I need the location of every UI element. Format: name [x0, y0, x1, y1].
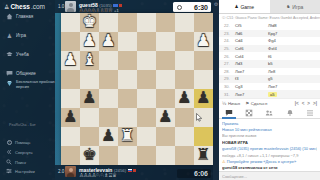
move[interactable]: f3: [235, 76, 268, 81]
move[interactable]: g5: [268, 76, 308, 81]
square-e5[interactable]: [118, 89, 137, 108]
square-d8[interactable]: [137, 146, 156, 165]
move[interactable]: Схf6: [235, 46, 268, 51]
square-g5[interactable]: ♟: [80, 89, 99, 108]
square-c3[interactable]: [156, 51, 175, 70]
move-number: 30.: [224, 84, 235, 89]
sidebar-item-home[interactable]: Главная: [0, 13, 55, 20]
square-h4[interactable]: [61, 70, 80, 89]
pawn-logo-icon: ♙: [4, 3, 9, 10]
move-number: 24.: [224, 38, 235, 43]
move[interactable]: f6: [268, 54, 308, 59]
white-pawn-a2[interactable]: ♟: [194, 31, 213, 50]
square-e8[interactable]: [118, 146, 137, 165]
move[interactable]: Сd4: [235, 38, 268, 43]
square-b8[interactable]: [175, 146, 194, 165]
square-g1[interactable]: ♚: [80, 13, 99, 32]
square-g3[interactable]: ♝: [80, 51, 99, 70]
move-number: 23.: [224, 31, 235, 36]
square-a1[interactable]: [194, 13, 213, 32]
move-number: 25.: [224, 46, 235, 51]
black-pawn-h6[interactable]: ♟: [61, 107, 80, 126]
stream-caption: PeaRuCha - Бот: [9, 123, 36, 127]
bottom-player-bar: 2.0 masterlevvain (2456) ♙♙♙♙♘♘♗♖♕ 6:06: [55, 165, 213, 180]
square-e4[interactable]: [118, 70, 137, 89]
move-nav: |< < > >|: [295, 101, 317, 106]
move-row: 24.Сd4Фg4: [219, 37, 320, 45]
sidebar-item-label: Главная: [16, 14, 33, 19]
chat-message-input[interactable]: [219, 171, 320, 180]
square-e3[interactable]: [118, 51, 137, 70]
square-f4[interactable]: [99, 70, 118, 89]
move[interactable]: Фхf4: [268, 46, 308, 51]
move[interactable]: a5: [268, 92, 308, 97]
square-f5[interactable]: [99, 89, 118, 108]
search-icon: [6, 159, 12, 165]
white-king-g1[interactable]: ♚: [80, 12, 99, 31]
square-a4[interactable]: [194, 70, 213, 89]
square-a8[interactable]: ♜: [194, 146, 213, 165]
first-move-button[interactable]: |<: [295, 101, 299, 106]
white-clock: 6:30: [173, 2, 211, 12]
square-b6[interactable]: [175, 108, 194, 127]
captured-pieces-by-black: ♙♙♙♙♘♘♗♖♕: [79, 172, 116, 178]
move-row: 23.Лd6Крg7: [219, 30, 320, 38]
white-rook-e7[interactable]: ♜: [118, 126, 137, 145]
square-h7[interactable]: [61, 127, 80, 146]
square-g2[interactable]: ♟: [80, 32, 99, 51]
move-number: 27.: [224, 61, 235, 66]
move-number: 22.: [224, 23, 235, 28]
diamond-icon: [6, 80, 13, 87]
help-icon: ?: [6, 139, 12, 145]
sidebar-item-play[interactable]: ♟ Игра: [0, 32, 55, 39]
knight-icon: ♞: [286, 4, 290, 9]
square-f3[interactable]: [99, 51, 118, 70]
learn-icon: [6, 51, 13, 58]
sidebar-item-search[interactable]: Поиск: [0, 159, 55, 165]
black-pawn-c6[interactable]: ♟: [156, 107, 175, 126]
prev-move-button[interactable]: <: [302, 101, 305, 106]
move[interactable]: Лd6: [235, 31, 268, 36]
badge-icon: [133, 169, 136, 172]
move[interactable]: Лхе7: [268, 84, 308, 89]
square-e2[interactable]: [118, 32, 137, 51]
square-c6[interactable]: ♟: [156, 108, 175, 127]
russia-flag-icon: [128, 169, 133, 172]
sidebar-item-help[interactable]: ? Помощь: [0, 139, 55, 145]
sidebar-item-collapse[interactable]: Свернуть: [0, 149, 55, 155]
move-number: 28.: [224, 69, 235, 74]
flag-icon: ⚑: [245, 101, 249, 106]
badge-icon: [119, 4, 122, 7]
square-d2[interactable]: [137, 32, 156, 51]
move-row: 28.Лхе7Ле8: [219, 68, 320, 76]
mouse-cursor: [196, 113, 203, 122]
move[interactable]: b5: [268, 61, 308, 66]
black-pawn-a5[interactable]: ♟: [194, 88, 213, 107]
square-e6[interactable]: [118, 108, 137, 127]
sidebar-item-learn[interactable]: Учеба: [0, 51, 55, 58]
move-row: 29.f3g5: [219, 75, 320, 83]
sidebar-item-label: Помощь: [15, 140, 30, 145]
move-row: 30.Сg3Лхе7: [219, 83, 320, 91]
top-player-bar: 1.0 guest58 (1035) ♟♟♞♞♝♝♜♛+1 6:30: [55, 0, 213, 13]
sidebar-item-settings[interactable]: Настройки: [0, 168, 55, 174]
move[interactable]: Лхе7: [235, 92, 268, 97]
square-g7[interactable]: [80, 127, 99, 146]
move[interactable]: Крg7: [268, 31, 308, 36]
half-icon: ½: [222, 101, 226, 106]
app-root: ♙ Chess.com Главная ♟ Игра Учеба Общение: [0, 0, 320, 180]
square-b7[interactable]: [175, 127, 194, 146]
square-b3[interactable]: [175, 51, 194, 70]
square-f8[interactable]: [99, 146, 118, 165]
square-a5[interactable]: ♟: [194, 89, 213, 108]
settings-icon: [6, 168, 12, 174]
square-c4[interactable]: [156, 70, 175, 89]
square-b5[interactable]: ♟: [175, 89, 194, 108]
chesscom-logo[interactable]: ♙ Chess.com: [4, 3, 45, 10]
sidebar-item-social[interactable]: Общение: [0, 70, 55, 77]
square-f6[interactable]: [99, 108, 118, 127]
sidebar-item-label: Свернуть: [15, 150, 33, 155]
square-f1[interactable]: [99, 13, 118, 32]
move[interactable]: Лхе7: [235, 69, 268, 74]
move-number: 29.: [224, 76, 235, 81]
square-c1[interactable]: [156, 13, 175, 32]
avatar[interactable]: [65, 1, 76, 12]
black-king-g8[interactable]: ♚: [80, 145, 99, 164]
next-move-button[interactable]: >: [307, 101, 310, 106]
sidebar-item-label: Игра: [16, 33, 26, 38]
sidebar-item-free-trial[interactable]: Бесплатная пробная версия: [0, 80, 55, 89]
square-a3[interactable]: [194, 51, 213, 70]
square-h8[interactable]: [61, 146, 80, 165]
square-c7[interactable]: [156, 127, 175, 146]
square-g6[interactable]: [80, 108, 99, 127]
square-c8[interactable]: [156, 146, 175, 165]
move[interactable]: Сf5: [235, 23, 268, 28]
square-h5[interactable]: [61, 89, 80, 108]
black-pawn-g5[interactable]: ♟: [80, 88, 99, 107]
move-number: 31.: [224, 92, 235, 97]
sidebar-item-label: Бесплатная пробная версия: [16, 80, 55, 89]
square-b2[interactable]: [175, 32, 194, 51]
move[interactable]: Сg3: [235, 84, 268, 89]
panel-tabs: ♟ Game ♞ Игра: [219, 0, 320, 14]
board-tab-icon[interactable]: [240, 107, 258, 119]
white-pawn-h3[interactable]: ♟: [61, 50, 80, 69]
last-move-button[interactable]: >|: [313, 101, 317, 106]
move-row: 26.Схf4f6: [219, 52, 320, 60]
square-a7[interactable]: [194, 127, 213, 146]
move[interactable]: Лfd8: [268, 23, 308, 28]
chat-tab-icon[interactable]: [220, 107, 238, 119]
move-row: 22.Сf5Лfd8: [219, 22, 320, 30]
square-c5[interactable]: [156, 89, 175, 108]
pawn-icon: ♟: [6, 32, 13, 39]
sidebar-item-label: Учеба: [16, 52, 29, 57]
white-pawn-f2[interactable]: ♟: [99, 31, 118, 50]
logo-suffix: .com: [31, 3, 45, 10]
resign-button[interactable]: ⚑Сдаться: [245, 101, 267, 106]
square-b4[interactable]: [175, 70, 194, 89]
chat-log: ПравилаНовая 10 мин рейтинговаяВы принял…: [219, 119, 320, 171]
chat-line: guest58 (1035) против masterlevvain (245…: [222, 146, 317, 152]
square-c2[interactable]: [156, 32, 175, 51]
move[interactable]: Фg4: [268, 38, 308, 43]
white-bishop-g3[interactable]: ♝: [80, 50, 99, 69]
move-row: 25.Схf6Фхf4: [219, 45, 320, 53]
move-row: 27.Лd3b5: [219, 60, 320, 68]
square-h2[interactable]: [61, 32, 80, 51]
black-clock: 6:06: [177, 169, 211, 178]
move[interactable]: Лd3: [235, 61, 268, 66]
move-list: 22.Сf5Лfd823.Лd6Крg724.Сd4Фg425.Схf6Фхf4…: [219, 22, 320, 98]
chat-bubble-icon: [6, 70, 13, 77]
square-b1[interactable]: [175, 13, 194, 32]
square-h3[interactable]: ♟: [61, 51, 80, 70]
square-h6[interactable]: ♟: [61, 108, 80, 127]
match-score-bottom: 2.0: [58, 169, 64, 174]
square-d4[interactable]: [137, 70, 156, 89]
square-e1[interactable]: [118, 13, 137, 32]
square-d5[interactable]: [137, 89, 156, 108]
square-e7[interactable]: ♜: [118, 127, 137, 146]
chess-board: ♚♟♟♟♟♝♟♟♟♟♟♟♜♚♜: [61, 13, 213, 165]
tab-label: Игра: [292, 4, 303, 10]
square-d3[interactable]: [137, 51, 156, 70]
friends-tab-icon[interactable]: [260, 107, 278, 119]
square-d1[interactable]: [137, 13, 156, 32]
black-rook-a8[interactable]: ♜: [194, 145, 213, 164]
match-score-top: 1.0: [58, 4, 64, 9]
panel-icon-tabs: [219, 107, 320, 119]
square-g8[interactable]: ♚: [80, 146, 99, 165]
tab-label: Game: [240, 4, 254, 10]
sidebar-item-label: Настройки: [15, 169, 35, 174]
tab-game[interactable]: ♟ Game: [219, 0, 270, 13]
clock-icon: [177, 5, 182, 10]
move[interactable]: Ле8: [268, 69, 308, 74]
sidebar-item-label: Общение: [16, 71, 36, 76]
logo-text: Chess: [10, 3, 30, 10]
sidebar: ♙ Chess.com Главная ♟ Игра Учеба Общение: [0, 0, 55, 180]
notifications-tab-icon[interactable]: [281, 107, 299, 119]
square-f7[interactable]: ♟: [99, 127, 118, 146]
white-pawn-g2[interactable]: ♟: [80, 31, 99, 50]
square-g4[interactable]: [80, 70, 99, 89]
pawn-icon: ♟: [234, 4, 238, 9]
draw-button[interactable]: ½Ничья: [222, 101, 240, 106]
avatar[interactable]: [65, 166, 76, 177]
move[interactable]: Схf4: [235, 54, 268, 59]
list-tab-icon[interactable]: [301, 107, 319, 119]
square-a2[interactable]: ♟: [194, 32, 213, 51]
black-pawn-f7[interactable]: ♟: [99, 126, 118, 145]
move-number: 26.: [224, 54, 235, 59]
home-icon: [6, 13, 13, 20]
move-row: 31.Лхе7a5: [219, 90, 320, 98]
game-panel: ♟ Game ♞ Игра ⓘ C51: Giuoco Piano Game: …: [219, 0, 320, 180]
square-h1[interactable]: [61, 13, 80, 32]
opening-name: ⓘ C51: Giuoco Piano Game: Evans Gambit A…: [219, 14, 320, 22]
sidebar-item-label: Поиск: [15, 160, 26, 165]
square-d7[interactable]: [137, 127, 156, 146]
black-pawn-b5[interactable]: ♟: [175, 88, 194, 107]
tab-igra[interactable]: ♞ Игра: [270, 0, 320, 13]
square-d6[interactable]: [137, 108, 156, 127]
collapse-icon: [6, 149, 12, 155]
square-f2[interactable]: ♟: [99, 32, 118, 51]
